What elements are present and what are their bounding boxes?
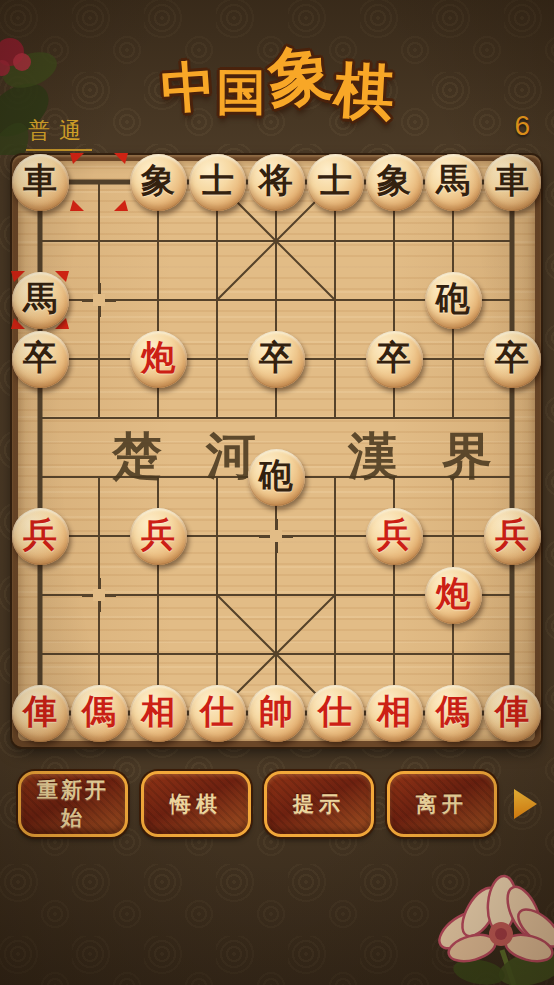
lotus-decoration [384,860,554,985]
next-arrow-icon[interactable] [514,789,537,819]
action-button-bar: 重新开始 悔棋 提示 离开 [18,770,537,838]
piece-glyph: 仕 [318,695,352,729]
piece-black-general[interactable]: 将 [248,154,305,211]
piece-glyph: 仕 [200,695,234,729]
piece-red-horse[interactable]: 傌 [71,685,128,742]
piece-red-elephant[interactable]: 相 [366,685,423,742]
piece-red-chariot[interactable]: 俥 [12,685,69,742]
piece-red-advisor[interactable]: 仕 [189,685,246,742]
piece-glyph: 炮 [436,577,470,611]
piece-glyph: 兵 [495,518,529,552]
piece-black-chariot[interactable]: 車 [484,154,541,211]
piece-glyph: 馬 [23,282,57,316]
piece-red-chariot[interactable]: 俥 [484,685,541,742]
piece-black-cannon[interactable]: 砲 [248,449,305,506]
piece-glyph: 将 [259,164,293,198]
piece-glyph: 卒 [23,341,57,375]
piece-black-advisor[interactable]: 士 [189,154,246,211]
piece-glyph: 車 [23,164,57,198]
piece-black-soldier[interactable]: 卒 [12,331,69,388]
hint-button[interactable]: 提示 [264,771,374,837]
piece-glyph: 兵 [141,518,175,552]
move-counter: 6 [514,110,530,142]
piece-red-soldier[interactable]: 兵 [12,508,69,565]
piece-black-soldier[interactable]: 卒 [484,331,541,388]
app-title: 中国象棋 [0,43,554,127]
piece-red-general[interactable]: 帥 [248,685,305,742]
piece-glyph: 象 [141,164,175,198]
piece-red-cannon[interactable]: 炮 [130,331,187,388]
piece-red-horse[interactable]: 傌 [425,685,482,742]
piece-red-elephant[interactable]: 相 [130,685,187,742]
piece-black-horse[interactable]: 馬 [425,154,482,211]
piece-glyph: 砲 [259,459,293,493]
point-marker [81,282,117,318]
point-marker [258,518,294,554]
piece-red-cannon[interactable]: 炮 [425,567,482,624]
piece-glyph: 俥 [23,695,57,729]
piece-glyph: 相 [141,695,175,729]
piece-red-soldier[interactable]: 兵 [366,508,423,565]
piece-glyph: 卒 [377,341,411,375]
piece-glyph: 帥 [259,695,293,729]
piece-glyph: 兵 [377,518,411,552]
piece-glyph: 車 [495,164,529,198]
piece-glyph: 傌 [82,695,116,729]
piece-black-horse[interactable]: 馬 [12,272,69,329]
piece-black-advisor[interactable]: 士 [307,154,364,211]
piece-red-soldier[interactable]: 兵 [484,508,541,565]
title-char: 中 [159,59,217,117]
piece-glyph: 卒 [495,341,529,375]
piece-black-elephant[interactable]: 象 [366,154,423,211]
piece-glyph: 士 [318,164,352,198]
piece-black-elephant[interactable]: 象 [130,154,187,211]
piece-glyph: 馬 [436,164,470,198]
title-char: 象 [264,41,334,111]
piece-black-soldier[interactable]: 卒 [366,331,423,388]
point-marker [81,577,117,613]
piece-red-advisor[interactable]: 仕 [307,685,364,742]
pieces-layer: 車象士将士象馬車馬砲卒卒卒卒砲炮兵兵兵兵炮俥傌相仕帥仕相傌俥 [11,153,542,743]
piece-glyph: 卒 [259,341,293,375]
piece-glyph: 傌 [436,695,470,729]
xiangqi-board[interactable]: 楚河 漢界 車象士将士象馬車馬砲卒卒卒卒砲炮兵兵兵兵炮俥傌相仕帥仕相傌俥 [12,155,541,747]
piece-glyph: 炮 [141,341,175,375]
piece-glyph: 士 [200,164,234,198]
piece-glyph: 相 [377,695,411,729]
last-move-from-marker [70,153,128,211]
piece-black-soldier[interactable]: 卒 [248,331,305,388]
piece-red-soldier[interactable]: 兵 [130,508,187,565]
piece-glyph: 象 [377,164,411,198]
leave-button[interactable]: 离开 [387,771,497,837]
title-char: 国 [217,68,266,117]
difficulty-label: 普通 [26,116,92,151]
title-char: 棋 [332,61,395,124]
piece-black-chariot[interactable]: 車 [12,154,69,211]
game-screen: 中国象棋 普通 6 楚河 漢界 車象士将士象馬車馬砲卒卒卒卒砲炮兵兵兵兵炮俥傌相… [0,0,554,985]
piece-glyph: 兵 [23,518,57,552]
piece-glyph: 砲 [436,282,470,316]
undo-move-button[interactable]: 悔棋 [141,771,251,837]
piece-black-cannon[interactable]: 砲 [425,272,482,329]
piece-glyph: 俥 [495,695,529,729]
restart-button[interactable]: 重新开始 [18,771,128,837]
